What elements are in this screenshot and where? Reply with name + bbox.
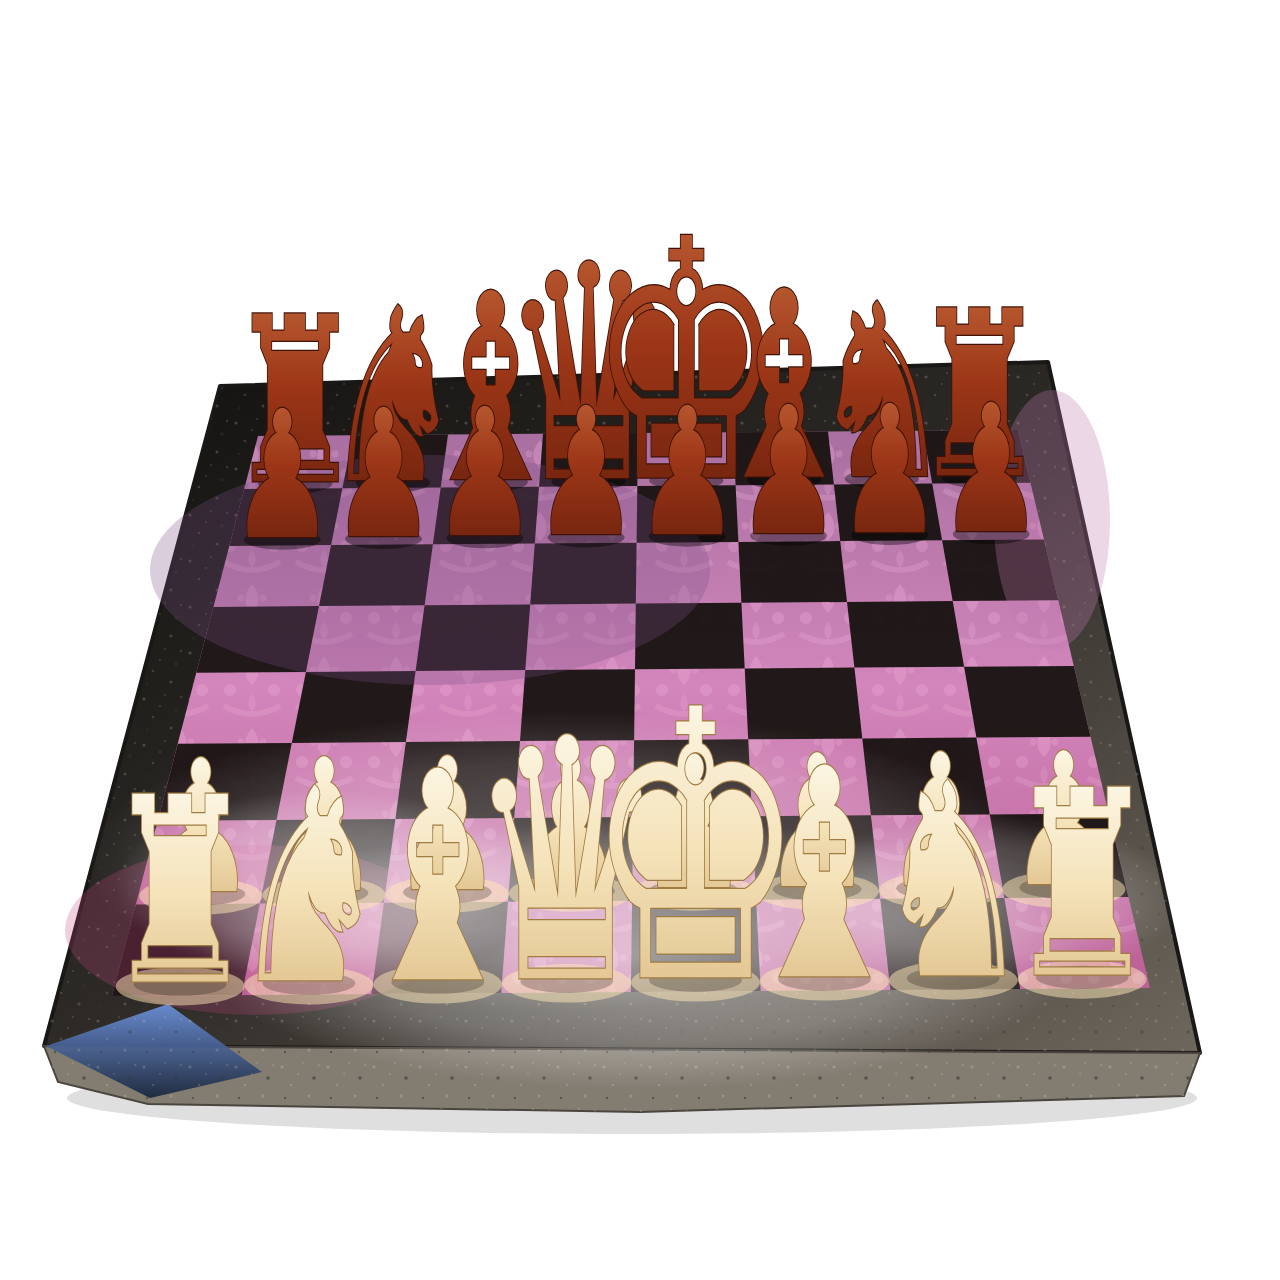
scene-svg: ♜♞♝♛♚♝♞♜♟♟♟♟♟♟♟♟♟♟♟♟♟♟♟♟♜♞♝♛♚♝♞♜: [0, 0, 1280, 1280]
piece-red-pawn[interactable]: ♟: [432, 371, 537, 576]
piece-red-pawn[interactable]: ♟: [230, 373, 335, 578]
piece-red-pawn[interactable]: ♟: [838, 368, 943, 573]
square-g5[interactable]: [847, 601, 964, 668]
piece-red-pawn[interactable]: ♟: [635, 369, 740, 574]
piece-red-pawn[interactable]: ♟: [939, 367, 1044, 572]
piece-red-pawn[interactable]: ♟: [331, 372, 436, 577]
chess-set-photo: ♜♞♝♛♚♝♞♜♟♟♟♟♟♟♟♟♟♟♟♟♟♟♟♟♜♞♝♛♚♝♞♜: [0, 0, 1280, 1280]
piece-red-pawn[interactable]: ♟: [736, 369, 841, 574]
piece-red-pawn[interactable]: ♟: [534, 370, 639, 575]
piece-cream-rook[interactable]: ♜: [1006, 736, 1158, 1035]
